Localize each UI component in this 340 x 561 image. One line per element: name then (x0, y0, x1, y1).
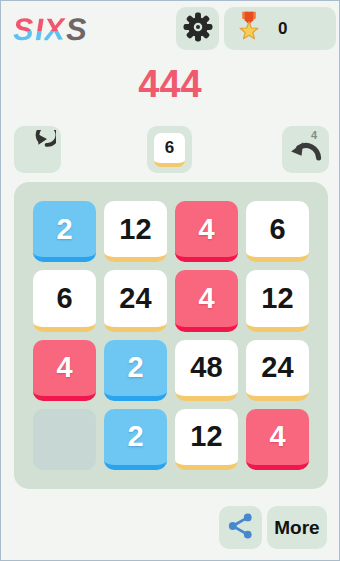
more-button[interactable]: More (267, 506, 327, 549)
app-logo: S I X S (13, 11, 88, 49)
medal-score-badge[interactable]: 0 (224, 7, 336, 50)
current-score: 444 (1, 63, 339, 106)
tile-12: 12 (246, 270, 309, 331)
tile-2: 2 (104, 409, 167, 470)
share-button[interactable] (219, 506, 262, 549)
tile-2: 2 (33, 201, 96, 262)
tile-4: 4 (246, 409, 309, 470)
gear-icon (181, 10, 215, 48)
next-tile: 6 (154, 133, 185, 167)
undo-button[interactable]: 4 (282, 126, 329, 173)
board[interactable]: 212466244124248242124 (14, 182, 328, 489)
tile-24: 24 (246, 340, 309, 401)
tile-48: 48 (175, 340, 238, 401)
tile-4: 4 (175, 270, 238, 331)
settings-button[interactable] (176, 7, 219, 50)
empty-cell (33, 409, 96, 470)
undo-arrow-icon (288, 130, 324, 170)
next-tile-value: 6 (165, 138, 174, 158)
restart-button[interactable] (14, 126, 61, 173)
logo-letter: S (65, 12, 88, 49)
undo-remaining-count: 4 (311, 129, 317, 141)
medal-count: 0 (278, 19, 287, 39)
tile-2: 2 (104, 340, 167, 401)
sixs-app-window: S I X S (0, 0, 340, 561)
next-tile-preview: 6 (147, 126, 192, 173)
tile-12: 12 (104, 201, 167, 262)
logo-letter: X (44, 12, 67, 49)
more-button-label: More (274, 517, 319, 539)
tile-24: 24 (104, 270, 167, 331)
tile-4: 4 (33, 340, 96, 401)
logo-letter: S (12, 12, 35, 49)
tile-6: 6 (246, 201, 309, 262)
tile-12: 12 (175, 409, 238, 470)
restart-circular-arrow-icon (20, 130, 56, 170)
tile-6: 6 (33, 270, 96, 331)
share-icon (226, 511, 256, 545)
tile-4: 4 (175, 201, 238, 262)
medal-star-icon (232, 10, 266, 48)
